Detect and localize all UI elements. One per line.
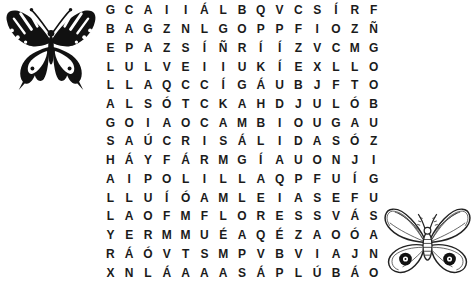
grid-cell[interactable]: R: [233, 38, 252, 57]
grid-cell[interactable]: M: [214, 151, 233, 170]
grid-cell[interactable]: D: [289, 132, 308, 151]
grid-cell[interactable]: I: [176, 1, 195, 20]
grid-cell[interactable]: Á: [345, 207, 364, 226]
grid-cell[interactable]: E: [270, 207, 289, 226]
grid-cell[interactable]: L: [214, 170, 233, 189]
grid-cell[interactable]: M: [345, 38, 364, 57]
grid-cell[interactable]: S: [308, 1, 327, 20]
grid-cell[interactable]: Ó: [157, 95, 176, 114]
grid-cell[interactable]: S: [308, 188, 327, 207]
grid-cell[interactable]: A: [120, 132, 139, 151]
grid-cell[interactable]: A: [139, 76, 158, 95]
grid-cell[interactable]: Ú: [139, 132, 158, 151]
grid-cell[interactable]: B: [233, 1, 252, 20]
grid-cell[interactable]: L: [101, 188, 120, 207]
grid-cell[interactable]: L: [120, 95, 139, 114]
grid-cell[interactable]: I: [308, 245, 327, 264]
grid-cell[interactable]: A: [195, 263, 214, 282]
grid-cell[interactable]: G: [214, 20, 233, 39]
grid-cell[interactable]: C: [327, 38, 346, 57]
grid-cell[interactable]: H: [101, 151, 120, 170]
grid-cell[interactable]: Á: [195, 1, 214, 20]
grid-cell[interactable]: Q: [270, 170, 289, 189]
grid-cell[interactable]: U: [308, 95, 327, 114]
grid-cell[interactable]: C: [195, 113, 214, 132]
grid-cell[interactable]: F: [157, 151, 176, 170]
grid-cell[interactable]: V: [289, 245, 308, 264]
grid-cell[interactable]: S: [139, 95, 158, 114]
grid-cell[interactable]: K: [214, 95, 233, 114]
grid-cell[interactable]: R: [139, 226, 158, 245]
grid-cell[interactable]: L: [101, 76, 120, 95]
grid-cell[interactable]: O: [233, 20, 252, 39]
grid-cell[interactable]: O: [120, 113, 139, 132]
grid-cell[interactable]: P: [251, 20, 270, 39]
moth-body: [423, 227, 432, 260]
grid-cell[interactable]: J: [345, 245, 364, 264]
grid-cell[interactable]: Z: [364, 132, 383, 151]
grid-cell[interactable]: Í: [214, 76, 233, 95]
grid-cell[interactable]: E: [120, 226, 139, 245]
grid-cell[interactable]: M: [176, 207, 195, 226]
grid-cell[interactable]: P: [233, 245, 252, 264]
grid-cell[interactable]: U: [327, 170, 346, 189]
grid-cell[interactable]: E: [289, 57, 308, 76]
grid-cell[interactable]: I: [214, 57, 233, 76]
grid-cell[interactable]: R: [345, 1, 364, 20]
grid-cell[interactable]: É: [214, 226, 233, 245]
grid-cell[interactable]: P: [270, 263, 289, 282]
grid-cell[interactable]: L: [120, 188, 139, 207]
grid-cell[interactable]: E: [327, 188, 346, 207]
grid-cell[interactable]: I: [270, 188, 289, 207]
grid-cell[interactable]: L: [214, 1, 233, 20]
grid-cell[interactable]: L: [251, 132, 270, 151]
grid-cell[interactable]: F: [364, 1, 383, 20]
grid-cell[interactable]: O: [139, 207, 158, 226]
grid-cell[interactable]: G: [101, 1, 120, 20]
grid-cell[interactable]: Y: [101, 226, 120, 245]
grid-cell[interactable]: I: [270, 132, 289, 151]
grid-cell[interactable]: O: [364, 57, 383, 76]
grid-cell[interactable]: H: [251, 95, 270, 114]
grid-cell[interactable]: N: [120, 263, 139, 282]
grid-cell[interactable]: D: [270, 95, 289, 114]
grid-cell[interactable]: S: [101, 132, 120, 151]
grid-cell[interactable]: E: [176, 57, 195, 76]
grid-cell[interactable]: G: [364, 38, 383, 57]
grid-cell[interactable]: V: [251, 245, 270, 264]
grid-cell[interactable]: R: [101, 245, 120, 264]
grid-cell[interactable]: B: [270, 245, 289, 264]
grid-cell[interactable]: M: [233, 113, 252, 132]
grid-cell[interactable]: M: [214, 188, 233, 207]
grid-cell[interactable]: I: [195, 170, 214, 189]
grid-cell[interactable]: U: [195, 226, 214, 245]
grid-cell[interactable]: L: [233, 188, 252, 207]
grid-cell[interactable]: A: [233, 226, 252, 245]
word-search-page: GCAIIÁLBQVCSÍRFBAGZNLGOPPFIOZÑEPAZSÍÑRÍÍ…: [0, 0, 474, 283]
grid-cell[interactable]: F: [289, 20, 308, 39]
grid-cell[interactable]: J: [289, 95, 308, 114]
grid-cell[interactable]: A: [139, 38, 158, 57]
grid-cell[interactable]: A: [139, 1, 158, 20]
grid-cell[interactable]: A: [233, 95, 252, 114]
grid-cell[interactable]: M: [157, 226, 176, 245]
grid-cell[interactable]: Z: [157, 20, 176, 39]
grid-cell[interactable]: R: [251, 207, 270, 226]
grid-cell[interactable]: Á: [233, 132, 252, 151]
grid-cell[interactable]: O: [327, 20, 346, 39]
grid-cell[interactable]: Í: [327, 1, 346, 20]
grid-cell[interactable]: Í: [345, 170, 364, 189]
grid-cell[interactable]: I: [157, 1, 176, 20]
grid-cell[interactable]: C: [289, 1, 308, 20]
grid-cell[interactable]: V: [157, 245, 176, 264]
grid-cell[interactable]: A: [270, 151, 289, 170]
grid-cell[interactable]: A: [289, 188, 308, 207]
grid-cell[interactable]: O: [364, 76, 383, 95]
grid-cell[interactable]: A: [120, 207, 139, 226]
grid-cell[interactable]: L: [139, 57, 158, 76]
grid-cell[interactable]: A: [157, 113, 176, 132]
grid-cell[interactable]: P: [120, 38, 139, 57]
grid-cell[interactable]: A: [176, 263, 195, 282]
grid-cell[interactable]: U: [120, 57, 139, 76]
grid-cell[interactable]: L: [327, 95, 346, 114]
grid-cell[interactable]: O: [308, 151, 327, 170]
grid-cell[interactable]: Á: [120, 245, 139, 264]
grid-cell[interactable]: V: [157, 57, 176, 76]
grid-cell[interactable]: M: [176, 226, 195, 245]
grid-cell[interactable]: Z: [345, 20, 364, 39]
grid-cell[interactable]: F: [157, 207, 176, 226]
grid-cell[interactable]: U: [308, 113, 327, 132]
grid-cell[interactable]: L: [289, 263, 308, 282]
grid-cell[interactable]: B: [364, 95, 383, 114]
grid-cell[interactable]: I: [308, 20, 327, 39]
grid-cell[interactable]: O: [289, 113, 308, 132]
grid-cell[interactable]: F: [345, 188, 364, 207]
grid-cell[interactable]: B: [289, 76, 308, 95]
grid-cell[interactable]: I: [270, 113, 289, 132]
word-search-grid: GCAIIÁLBQVCSÍRFBAGZNLGOPPFIOZÑEPAZSÍÑRÍÍ…: [101, 1, 383, 282]
grid-cell[interactable]: Í: [251, 38, 270, 57]
grid-cell[interactable]: L: [214, 207, 233, 226]
grid-cell[interactable]: L: [195, 20, 214, 39]
grid-cell[interactable]: S: [195, 245, 214, 264]
grid-cell[interactable]: I: [195, 132, 214, 151]
grid-cell[interactable]: A: [327, 245, 346, 264]
grid-cell[interactable]: R: [195, 151, 214, 170]
grid-cell[interactable]: L: [327, 57, 346, 76]
grid-cell[interactable]: A: [101, 95, 120, 114]
grid-cell[interactable]: Q: [251, 226, 270, 245]
grid-cell[interactable]: A: [308, 226, 327, 245]
grid-cell[interactable]: A: [195, 188, 214, 207]
grid-cell[interactable]: G: [233, 151, 252, 170]
grid-cell[interactable]: J: [308, 76, 327, 95]
grid-cell[interactable]: F: [308, 170, 327, 189]
grid-cell[interactable]: Z: [289, 226, 308, 245]
grid-cell[interactable]: Á: [120, 151, 139, 170]
grid-cell[interactable]: U: [289, 151, 308, 170]
grid-cell[interactable]: F: [327, 76, 346, 95]
grid-cell[interactable]: G: [101, 113, 120, 132]
grid-cell[interactable]: G: [364, 170, 383, 189]
grid-cell[interactable]: Á: [251, 76, 270, 95]
grid-cell[interactable]: Z: [157, 38, 176, 57]
grid-cell[interactable]: L: [139, 263, 158, 282]
grid-cell[interactable]: X: [308, 57, 327, 76]
grid-cell[interactable]: I: [364, 151, 383, 170]
butterfly-body: [48, 35, 54, 64]
grid-cell[interactable]: L: [101, 207, 120, 226]
moth-butterfly-illustration: [381, 199, 474, 280]
grid-cell[interactable]: I: [195, 57, 214, 76]
moth-right-half: [430, 209, 470, 272]
grid-cell[interactable]: V: [308, 38, 327, 57]
grid-cell[interactable]: O: [157, 170, 176, 189]
grid-cell[interactable]: L: [233, 170, 252, 189]
butterfly-left-half: [7, 8, 50, 90]
grid-cell[interactable]: Ñ: [214, 38, 233, 57]
grid-cell[interactable]: N: [176, 20, 195, 39]
grid-cell[interactable]: Ó: [345, 132, 364, 151]
grid-cell[interactable]: P: [139, 170, 158, 189]
grid-cell[interactable]: O: [176, 113, 195, 132]
grid-cell[interactable]: Í: [157, 188, 176, 207]
grid-cell[interactable]: E: [251, 188, 270, 207]
butterfly-right-half: [52, 8, 95, 90]
grid-cell[interactable]: L: [176, 170, 195, 189]
grid-cell[interactable]: C: [195, 95, 214, 114]
grid-cell[interactable]: Y: [139, 151, 158, 170]
grid-cell[interactable]: É: [270, 226, 289, 245]
grid-cell[interactable]: S: [233, 263, 252, 282]
grid-cell[interactable]: Q: [251, 1, 270, 20]
grid-cell[interactable]: O: [233, 207, 252, 226]
grid-cell[interactable]: A: [308, 132, 327, 151]
grid-cell[interactable]: A: [251, 170, 270, 189]
grid-cell[interactable]: S: [289, 207, 308, 226]
grid-cell[interactable]: Í: [270, 38, 289, 57]
grid-cell[interactable]: L: [120, 76, 139, 95]
grid-cell[interactable]: S: [176, 38, 195, 57]
grid-cell[interactable]: A: [214, 113, 233, 132]
grid-cell[interactable]: N: [327, 151, 346, 170]
grid-cell[interactable]: Á: [157, 263, 176, 282]
grid-cell[interactable]: G: [139, 20, 158, 39]
grid-cell[interactable]: L: [345, 57, 364, 76]
grid-cell[interactable]: O: [327, 226, 346, 245]
grid-cell[interactable]: M: [214, 245, 233, 264]
grid-cell[interactable]: T: [176, 95, 195, 114]
grid-cell[interactable]: G: [233, 76, 252, 95]
grid-cell[interactable]: V: [270, 1, 289, 20]
grid-cell[interactable]: J: [345, 151, 364, 170]
grid-cell[interactable]: Á: [251, 263, 270, 282]
grid-cell[interactable]: V: [327, 207, 346, 226]
grid-cell[interactable]: Á: [176, 151, 195, 170]
grid-cell[interactable]: B: [101, 20, 120, 39]
grid-cell[interactable]: A: [214, 263, 233, 282]
grid-cell[interactable]: B: [251, 113, 270, 132]
grid-cell[interactable]: Z: [289, 38, 308, 57]
grid-cell[interactable]: G: [327, 113, 346, 132]
grid-cell[interactable]: Ñ: [364, 20, 383, 39]
swallowtail-butterfly-illustration: [2, 4, 100, 90]
grid-cell[interactable]: C: [176, 76, 195, 95]
grid-cell[interactable]: A: [120, 20, 139, 39]
grid-cell[interactable]: B: [327, 263, 346, 282]
grid-cell[interactable]: Ú: [308, 263, 327, 282]
grid-cell[interactable]: S: [308, 207, 327, 226]
grid-cell[interactable]: C: [157, 132, 176, 151]
grid-cell[interactable]: S: [327, 132, 346, 151]
grid-cell[interactable]: U: [139, 188, 158, 207]
grid-cell[interactable]: Í: [270, 57, 289, 76]
grid-cell[interactable]: U: [364, 113, 383, 132]
grid-cell[interactable]: P: [270, 20, 289, 39]
grid-cell[interactable]: T: [345, 76, 364, 95]
grid-cell[interactable]: I: [120, 170, 139, 189]
grid-cell[interactable]: K: [251, 57, 270, 76]
grid-cell[interactable]: U: [270, 76, 289, 95]
grid-cell[interactable]: Q: [157, 76, 176, 95]
grid-cell[interactable]: C: [195, 76, 214, 95]
grid-cell[interactable]: Ó: [345, 226, 364, 245]
grid-cell[interactable]: Á: [345, 263, 364, 282]
moth-left-half: [385, 209, 425, 272]
grid-cell[interactable]: P: [289, 170, 308, 189]
grid-cell[interactable]: Ó: [176, 188, 195, 207]
grid-cell[interactable]: C: [120, 1, 139, 20]
grid-cell[interactable]: U: [233, 57, 252, 76]
grid-cell[interactable]: Í: [195, 38, 214, 57]
grid-cell[interactable]: L: [101, 57, 120, 76]
grid-cell[interactable]: R: [176, 132, 195, 151]
grid-cell[interactable]: E: [101, 38, 120, 57]
grid-cell[interactable]: X: [101, 263, 120, 282]
grid-cell[interactable]: Í: [251, 151, 270, 170]
grid-cell[interactable]: Ó: [345, 95, 364, 114]
grid-cell[interactable]: S: [214, 132, 233, 151]
grid-cell[interactable]: I: [139, 113, 158, 132]
grid-cell[interactable]: T: [176, 245, 195, 264]
grid-cell[interactable]: A: [345, 113, 364, 132]
grid-cell[interactable]: Ó: [139, 245, 158, 264]
grid-cell[interactable]: F: [195, 207, 214, 226]
grid-cell[interactable]: A: [101, 170, 120, 189]
